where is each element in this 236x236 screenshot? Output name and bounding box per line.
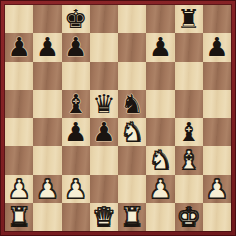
white-pawn-icon[interactable]: ♟ bbox=[205, 175, 228, 203]
square-f5[interactable] bbox=[146, 90, 174, 118]
chess-board: ♚♜♟♟♟♟♟♝♛♞♟♟♞♝♞♝♟♟♟♟♟♜♛♜♚ bbox=[5, 5, 231, 231]
black-knight-icon[interactable]: ♞ bbox=[120, 90, 143, 118]
square-g1[interactable]: ♚ bbox=[175, 203, 203, 231]
square-f1[interactable] bbox=[146, 203, 174, 231]
black-pawn-icon[interactable]: ♟ bbox=[64, 118, 87, 146]
square-c3[interactable] bbox=[62, 146, 90, 174]
black-pawn-icon[interactable]: ♟ bbox=[36, 33, 59, 61]
square-g3[interactable]: ♝ bbox=[175, 146, 203, 174]
square-g5[interactable] bbox=[175, 90, 203, 118]
square-h7[interactable]: ♟ bbox=[203, 33, 231, 61]
black-queen-icon[interactable]: ♛ bbox=[92, 90, 115, 118]
black-pawn-icon[interactable]: ♟ bbox=[92, 118, 115, 146]
white-bishop-icon[interactable]: ♝ bbox=[177, 146, 200, 174]
white-knight-icon[interactable]: ♞ bbox=[149, 146, 172, 174]
black-pawn-icon[interactable]: ♟ bbox=[7, 33, 30, 61]
white-king-icon[interactable]: ♚ bbox=[177, 203, 200, 231]
black-pawn-icon[interactable]: ♟ bbox=[64, 33, 87, 61]
square-c1[interactable] bbox=[62, 203, 90, 231]
white-pawn-icon[interactable]: ♟ bbox=[149, 175, 172, 203]
square-f6[interactable] bbox=[146, 62, 174, 90]
square-a3[interactable] bbox=[5, 146, 33, 174]
square-g2[interactable] bbox=[175, 175, 203, 203]
square-g6[interactable] bbox=[175, 62, 203, 90]
black-rook-icon[interactable]: ♜ bbox=[177, 5, 200, 33]
square-d4[interactable]: ♟ bbox=[90, 118, 118, 146]
square-d2[interactable] bbox=[90, 175, 118, 203]
square-g4[interactable]: ♝ bbox=[175, 118, 203, 146]
square-h3[interactable] bbox=[203, 146, 231, 174]
square-a4[interactable] bbox=[5, 118, 33, 146]
square-b1[interactable] bbox=[33, 203, 61, 231]
square-b8[interactable] bbox=[33, 5, 61, 33]
square-c8[interactable]: ♚ bbox=[62, 5, 90, 33]
square-c2[interactable]: ♟ bbox=[62, 175, 90, 203]
square-b5[interactable] bbox=[33, 90, 61, 118]
square-d3[interactable] bbox=[90, 146, 118, 174]
square-h1[interactable] bbox=[203, 203, 231, 231]
square-b3[interactable] bbox=[33, 146, 61, 174]
square-g8[interactable]: ♜ bbox=[175, 5, 203, 33]
square-d1[interactable]: ♛ bbox=[90, 203, 118, 231]
square-b6[interactable] bbox=[33, 62, 61, 90]
square-h4[interactable] bbox=[203, 118, 231, 146]
chess-board-frame: ♚♜♟♟♟♟♟♝♛♞♟♟♞♝♞♝♟♟♟♟♟♜♛♜♚ bbox=[0, 0, 236, 236]
square-g7[interactable] bbox=[175, 33, 203, 61]
square-h2[interactable]: ♟ bbox=[203, 175, 231, 203]
square-b7[interactable]: ♟ bbox=[33, 33, 61, 61]
square-c7[interactable]: ♟ bbox=[62, 33, 90, 61]
square-h8[interactable] bbox=[203, 5, 231, 33]
square-e8[interactable] bbox=[118, 5, 146, 33]
square-h5[interactable] bbox=[203, 90, 231, 118]
square-e7[interactable] bbox=[118, 33, 146, 61]
square-f3[interactable]: ♞ bbox=[146, 146, 174, 174]
square-f2[interactable]: ♟ bbox=[146, 175, 174, 203]
square-f4[interactable] bbox=[146, 118, 174, 146]
square-f8[interactable] bbox=[146, 5, 174, 33]
black-pawn-icon[interactable]: ♟ bbox=[205, 33, 228, 61]
square-h6[interactable] bbox=[203, 62, 231, 90]
square-e4[interactable]: ♞ bbox=[118, 118, 146, 146]
white-pawn-icon[interactable]: ♟ bbox=[36, 175, 59, 203]
square-a2[interactable]: ♟ bbox=[5, 175, 33, 203]
black-king-icon[interactable]: ♚ bbox=[64, 5, 87, 33]
black-pawn-icon[interactable]: ♟ bbox=[149, 33, 172, 61]
square-c6[interactable] bbox=[62, 62, 90, 90]
square-d8[interactable] bbox=[90, 5, 118, 33]
square-e6[interactable] bbox=[118, 62, 146, 90]
white-rook-icon[interactable]: ♜ bbox=[7, 203, 30, 231]
square-e1[interactable]: ♜ bbox=[118, 203, 146, 231]
square-c4[interactable]: ♟ bbox=[62, 118, 90, 146]
white-knight-icon[interactable]: ♞ bbox=[120, 118, 143, 146]
square-f7[interactable]: ♟ bbox=[146, 33, 174, 61]
square-e3[interactable] bbox=[118, 146, 146, 174]
square-b4[interactable] bbox=[33, 118, 61, 146]
black-bishop-icon[interactable]: ♝ bbox=[64, 90, 87, 118]
square-a5[interactable] bbox=[5, 90, 33, 118]
square-a1[interactable]: ♜ bbox=[5, 203, 33, 231]
black-bishop-icon[interactable]: ♝ bbox=[177, 118, 200, 146]
square-a6[interactable] bbox=[5, 62, 33, 90]
square-e2[interactable] bbox=[118, 175, 146, 203]
white-pawn-icon[interactable]: ♟ bbox=[7, 175, 30, 203]
square-e5[interactable]: ♞ bbox=[118, 90, 146, 118]
square-a8[interactable] bbox=[5, 5, 33, 33]
square-b2[interactable]: ♟ bbox=[33, 175, 61, 203]
square-c5[interactable]: ♝ bbox=[62, 90, 90, 118]
square-d5[interactable]: ♛ bbox=[90, 90, 118, 118]
square-a7[interactable]: ♟ bbox=[5, 33, 33, 61]
square-d6[interactable] bbox=[90, 62, 118, 90]
white-pawn-icon[interactable]: ♟ bbox=[64, 175, 87, 203]
white-queen-icon[interactable]: ♛ bbox=[92, 203, 115, 231]
white-rook-icon[interactable]: ♜ bbox=[120, 203, 143, 231]
square-d7[interactable] bbox=[90, 33, 118, 61]
